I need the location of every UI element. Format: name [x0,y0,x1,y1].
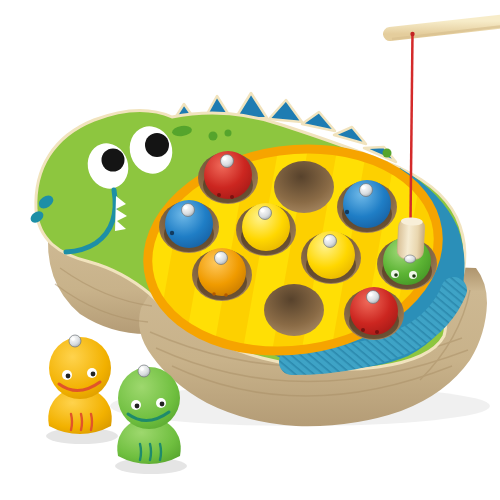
stud-highlight [140,367,144,371]
dino-pupil [102,149,125,172]
doll-pupil [91,372,96,377]
product-photo-magnetic-fishing-game [0,0,500,500]
fish-metal-stud [367,291,380,304]
fish-face-mark [345,210,349,214]
fish-face-mark [375,330,379,334]
dino-spike [302,112,335,131]
magnet-tip [405,255,416,263]
fish-face-mark [361,328,365,332]
fish-face-mark [394,273,398,277]
stud-highlight [261,209,265,213]
fish-face-mark [230,195,234,199]
stud-highlight [217,254,221,258]
fish-face-mark [217,193,221,197]
doll-metal-stud [138,365,150,377]
doll-pupil [135,404,140,409]
toy-scene [0,0,500,500]
doll-tentacle-stripe [150,444,151,460]
fish-metal-stud [259,207,272,220]
stud-highlight [223,157,227,161]
dino-pupil [145,133,169,157]
fish-metal-stud [324,235,337,248]
doll-tentacle-stripe [140,444,141,460]
fish-metal-stud [182,204,195,217]
dino-spike [334,127,366,144]
stud-highlight [326,237,330,241]
hole-2-empty [274,161,334,213]
stud-highlight [369,293,373,297]
doll-tentacle-stripe [91,414,92,430]
fish-face-mark [170,231,174,235]
fish-metal-stud [221,155,234,168]
dino-spike [269,100,302,122]
line-knot [410,32,414,36]
doll-pupil [160,402,165,407]
doll-tentacle-stripe [160,444,161,460]
stud-highlight [71,337,75,341]
peg-doll-yellow[interactable] [46,335,118,444]
fish-face-mark [212,292,216,296]
fish-hole [264,284,324,336]
hole-9-empty [264,284,324,336]
doll-tentacle-stripe [71,414,72,430]
doll-tentacle-stripe [81,414,82,430]
magnet-bobber[interactable] [397,217,425,260]
fish-metal-stud [215,252,228,265]
fish-face-mark [412,274,416,278]
fish-hole [274,161,334,213]
doll-pupil [66,374,71,379]
doll-metal-stud [69,335,81,347]
fish-face-mark [224,293,228,297]
fish-metal-stud [360,184,373,197]
stud-highlight [362,186,366,190]
stud-highlight [184,206,188,210]
